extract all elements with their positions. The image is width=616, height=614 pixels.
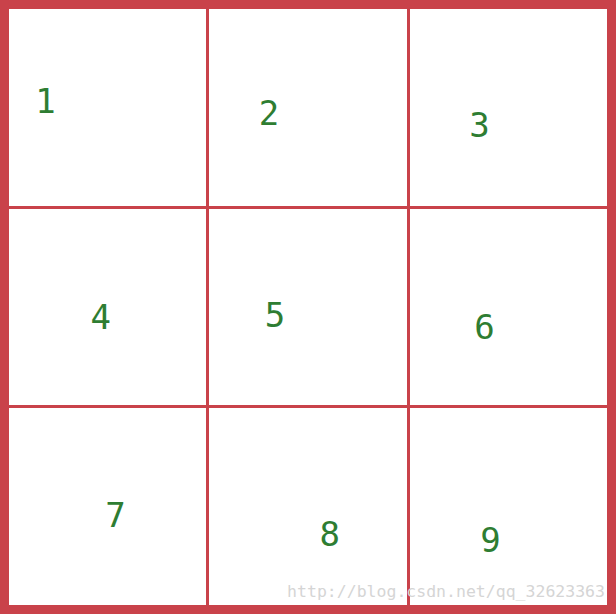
grid-cell-3: 3 xyxy=(410,9,607,206)
grid-board: 1 2 3 4 5 6 7 8 9 xyxy=(0,0,616,614)
cell-number-6: 6 xyxy=(474,310,494,344)
cell-number-9: 9 xyxy=(480,523,500,557)
cell-number-3: 3 xyxy=(469,108,489,142)
grid-cell-9: 9 xyxy=(410,408,607,605)
cell-number-8: 8 xyxy=(319,517,339,551)
grid-cell-2: 2 xyxy=(209,9,406,206)
grid-cell-1: 1 xyxy=(9,9,206,206)
grid-cell-5: 5 xyxy=(209,209,406,406)
cell-number-7: 7 xyxy=(105,498,125,532)
grid-cell-7: 7 xyxy=(9,408,206,605)
cell-number-2: 2 xyxy=(259,96,279,130)
grid-cell-6: 6 xyxy=(410,209,607,406)
grid-cell-8: 8 xyxy=(209,408,406,605)
cell-number-5: 5 xyxy=(265,298,285,332)
board-wrapper: 1 2 3 4 5 6 7 8 9 http://blog.csdn.net/q… xyxy=(0,0,616,614)
grid-cell-4: 4 xyxy=(9,209,206,406)
cell-number-4: 4 xyxy=(91,300,111,334)
cell-number-1: 1 xyxy=(35,84,55,118)
